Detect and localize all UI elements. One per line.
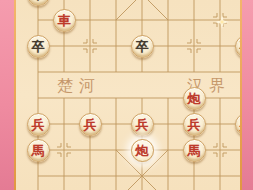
- piece-character: 卒: [136, 40, 149, 53]
- piece-character: 炮: [188, 92, 201, 105]
- xiangqi-app-screen: 楚河 汉界 車車卒卒卒炮兵兵兵兵兵馬炮馬: [0, 0, 253, 190]
- piece-red-soldier-e4[interactable]: 兵: [131, 113, 154, 136]
- piece-character: 兵: [188, 118, 201, 131]
- piece-red-soldier-a4[interactable]: 兵: [27, 113, 50, 136]
- piece-character: 馬: [32, 144, 45, 157]
- piece-character: 車: [58, 14, 71, 27]
- piece-red-cannon-e3[interactable]: 炮: [131, 139, 154, 162]
- piece-red-soldier-c4[interactable]: 兵: [79, 113, 102, 136]
- board-frame-left: [14, 0, 16, 190]
- piece-black-soldier-e7[interactable]: 卒: [131, 35, 154, 58]
- piece-character: 車: [32, 0, 45, 1]
- piece-character: 兵: [136, 118, 149, 131]
- piece-character: 卒: [32, 40, 45, 53]
- river-label-left: 楚河: [51, 76, 101, 97]
- piece-red-cannon-g5[interactable]: 炮: [183, 87, 206, 110]
- piece-red-horse-a3[interactable]: 馬: [27, 139, 50, 162]
- piece-red-chariot-b8[interactable]: 車: [53, 9, 76, 32]
- piece-red-soldier-g4[interactable]: 兵: [183, 113, 206, 136]
- xiangqi-board[interactable]: 楚河 汉界 車車卒卒卒炮兵兵兵兵兵馬炮馬: [16, 0, 240, 190]
- piece-red-horse-g3[interactable]: 馬: [183, 139, 206, 162]
- piece-character: 兵: [84, 118, 97, 131]
- left-gutter: [0, 0, 14, 190]
- piece-black-soldier-a7[interactable]: 卒: [27, 35, 50, 58]
- piece-character: 馬: [188, 144, 201, 157]
- piece-character: 炮: [136, 144, 149, 157]
- right-gutter: [242, 0, 253, 190]
- piece-character: 兵: [32, 118, 45, 131]
